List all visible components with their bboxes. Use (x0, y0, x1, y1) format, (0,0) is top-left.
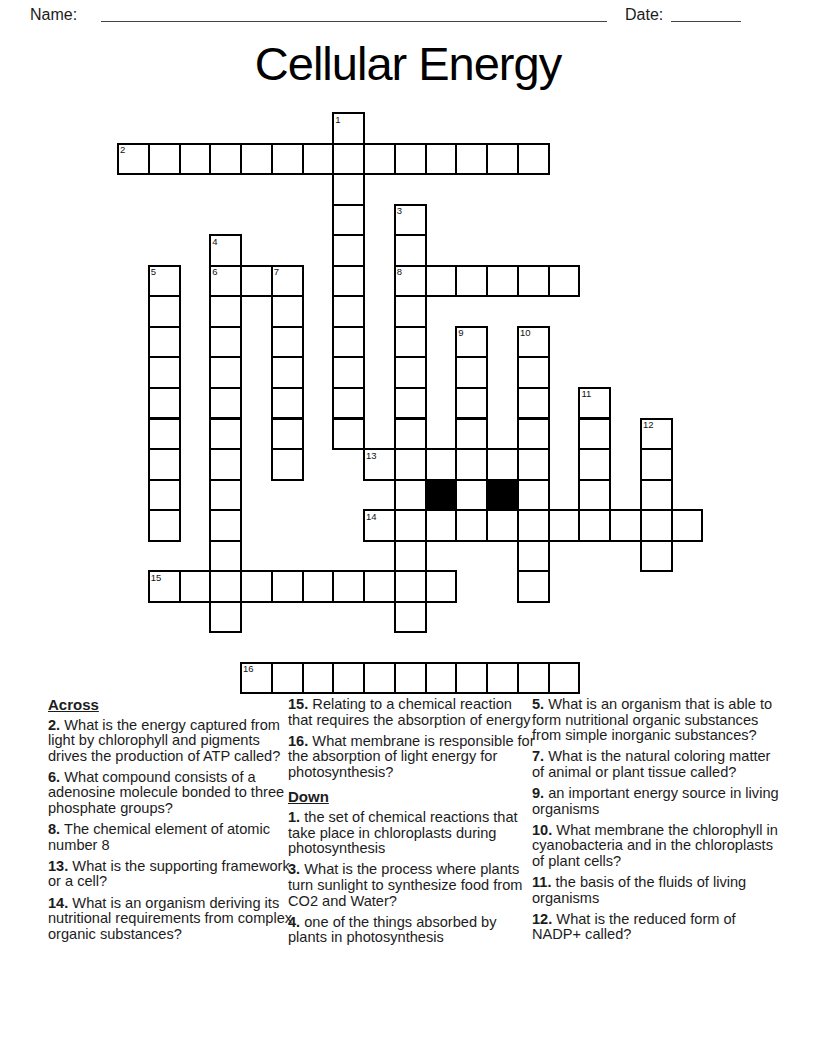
block-cell-r12c12 (486, 479, 519, 512)
clue-column-3: 5. What is an organism that is able to f… (532, 697, 784, 948)
clue-down-3-text: What is the process where plants turn su… (288, 861, 522, 908)
cell-r11c5[interactable] (271, 448, 304, 481)
cell-r1c13[interactable] (517, 143, 550, 176)
cell-r8c5[interactable] (271, 356, 304, 389)
clue-number-12: 12 (643, 420, 654, 430)
clue-number-15: 15 (151, 573, 162, 583)
cell-r5c13[interactable] (517, 265, 550, 298)
cell-r18c10[interactable] (425, 662, 458, 695)
cell-r4c9[interactable] (394, 234, 427, 267)
cell-r9c9[interactable] (394, 387, 427, 420)
cell-r13c17[interactable] (640, 509, 673, 542)
cell-r13c14[interactable] (548, 509, 581, 542)
clue-across-6-number: 6. (48, 769, 60, 785)
cell-r15c2[interactable] (179, 570, 212, 603)
cell-r13c13[interactable] (517, 509, 550, 542)
cell-r12c11[interactable] (455, 479, 488, 512)
clue-number-10: 10 (520, 328, 531, 338)
cell-r7c7[interactable] (332, 326, 365, 359)
clue-number-13: 13 (366, 451, 377, 461)
clue-number-8: 8 (397, 267, 402, 277)
cell-r8c3[interactable] (209, 356, 242, 389)
clue-across-16-text: What membrane is responsible for the abs… (288, 733, 535, 780)
clue-number-7: 7 (274, 267, 279, 277)
cell-r1c11[interactable] (455, 143, 488, 176)
cell-r1c2[interactable] (179, 143, 212, 176)
clue-across-8-text: The chemical element of atomic number 8 (48, 821, 270, 853)
cell-r15c4[interactable] (240, 570, 273, 603)
clue-number-4: 4 (212, 237, 217, 247)
clue-across-16: 16. What membrane is responsible for the… (288, 734, 536, 781)
clue-down-10-text: What membrane the chlorophyll in cyanoba… (532, 822, 778, 869)
cell-r8c13[interactable] (517, 356, 550, 389)
clue-number-14: 14 (366, 512, 377, 522)
clue-down-9-number: 9. (532, 785, 544, 801)
cell-r6c9[interactable] (394, 295, 427, 328)
cell-r10c7[interactable] (332, 418, 365, 451)
clue-number-1: 1 (335, 115, 340, 125)
cell-r15c5[interactable] (271, 570, 304, 603)
cell-r5c11[interactable] (455, 265, 488, 298)
clue-down-9-text: an important energy source in living org… (532, 785, 779, 817)
cell-r1c1[interactable] (148, 143, 181, 176)
cell-r13c11[interactable] (455, 509, 488, 542)
cell-r7c5[interactable] (271, 326, 304, 359)
clue-down-7-number: 7. (532, 748, 544, 764)
clue-across-2-number: 2. (48, 717, 60, 733)
cell-r1c12[interactable] (486, 143, 519, 176)
cell-r11c10[interactable] (425, 448, 458, 481)
across-heading: Across (48, 697, 294, 713)
cell-r13c15[interactable] (578, 509, 611, 542)
cell-r1c7[interactable] (332, 143, 365, 176)
cell-r15c3[interactable] (209, 570, 242, 603)
clue-number-16: 16 (243, 664, 254, 674)
cell-r11c9[interactable] (394, 448, 427, 481)
cell-r18c7[interactable] (332, 662, 365, 695)
clue-down-12-text: What is the reduced form of NADP+ called… (532, 911, 736, 943)
cell-r13c3[interactable] (209, 509, 242, 542)
clue-down-5-number: 5. (532, 696, 544, 712)
clue-down-11-text: the basis of the fluids of living organi… (532, 874, 746, 906)
cell-r13c18[interactable] (671, 509, 704, 542)
cell-r18c8[interactable] (363, 662, 396, 695)
cell-r1c5[interactable] (271, 143, 304, 176)
cell-r1c3[interactable] (209, 143, 242, 176)
clue-across-14-number: 14. (48, 895, 68, 911)
clue-across-13-text: What is the supporting framework or a ce… (48, 858, 290, 890)
cell-r6c5[interactable] (271, 295, 304, 328)
cell-r18c6[interactable] (302, 662, 335, 695)
cell-r8c1[interactable] (148, 356, 181, 389)
cell-r1c8[interactable] (363, 143, 396, 176)
clue-down-4-text: one of the things absorbed by plants in … (288, 914, 497, 946)
clue-number-2: 2 (120, 145, 125, 155)
cell-r1c4[interactable] (240, 143, 273, 176)
cell-r12c9[interactable] (394, 479, 427, 512)
clue-across-15: 15. Relating to a chemical reaction that… (288, 697, 536, 728)
cell-r11c12[interactable] (486, 448, 519, 481)
cell-r18c11[interactable] (455, 662, 488, 695)
block-cell-r12c10 (425, 479, 458, 512)
cell-r10c13[interactable] (517, 418, 550, 451)
clue-number-5: 5 (151, 267, 156, 277)
clue-down-11: 11. the basis of the fluids of living or… (532, 875, 784, 906)
cell-r18c5[interactable] (271, 662, 304, 695)
cell-r15c8[interactable] (363, 570, 396, 603)
clue-across-6-text: What compound consists of a adenosine mo… (48, 769, 284, 816)
cell-r14c9[interactable] (394, 540, 427, 573)
clue-down-1-text: the set of chemical reactions that take … (288, 809, 518, 856)
cell-r18c12[interactable] (486, 662, 519, 695)
cell-r18c13[interactable] (517, 662, 550, 695)
cell-r11c17[interactable] (640, 448, 673, 481)
cell-r10c9[interactable] (394, 418, 427, 451)
cell-r8c11[interactable] (455, 356, 488, 389)
clue-across-2: 2. What is the energy captured from ligh… (48, 718, 294, 765)
cell-r15c9[interactable] (394, 570, 427, 603)
clue-down-5-text: What is an organism that is able to form… (532, 696, 772, 743)
cell-r1c10[interactable] (425, 143, 458, 176)
cell-r4c7[interactable] (332, 234, 365, 267)
clue-across-6: 6. What compound consists of a adenosine… (48, 770, 294, 817)
clue-number-6: 6 (212, 267, 217, 277)
clue-down-11-number: 11. (532, 874, 551, 890)
date-blank-line[interactable] (671, 20, 741, 22)
worksheet-page: { "game": "crossword", "title": "Cellula… (0, 0, 816, 1056)
cell-r13c16[interactable] (609, 509, 642, 542)
cell-r2c7[interactable] (332, 173, 365, 206)
cell-r15c7[interactable] (332, 570, 365, 603)
cell-r11c3[interactable] (209, 448, 242, 481)
cell-r6c1[interactable] (148, 295, 181, 328)
clue-across-13-number: 13. (48, 858, 68, 874)
cell-r16c9[interactable] (394, 601, 427, 634)
cell-r1c6[interactable] (302, 143, 335, 176)
cell-r5c10[interactable] (425, 265, 458, 298)
clue-across-14-text: What is an organism deriving its nutriti… (48, 895, 292, 942)
cell-r9c1[interactable] (148, 387, 181, 420)
cell-r13c1[interactable] (148, 509, 181, 542)
clue-down-7-text: What is the natural coloring matter of a… (532, 748, 770, 780)
clue-down-9: 9. an important energy source in living … (532, 786, 784, 817)
cell-r9c7[interactable] (332, 387, 365, 420)
clue-down-1: 1. the set of chemical reactions that ta… (288, 810, 536, 857)
clue-across-8-number: 8. (48, 821, 60, 837)
cell-r9c3[interactable] (209, 387, 242, 420)
cell-r8c7[interactable] (332, 356, 365, 389)
cell-r12c17[interactable] (640, 479, 673, 512)
cell-r12c3[interactable] (209, 479, 242, 512)
cell-r7c3[interactable] (209, 326, 242, 359)
clue-across-15-text: Relating to a chemical reaction that req… (288, 696, 531, 728)
clue-across-14: 14. What is an organism deriving its nut… (48, 896, 294, 943)
name-blank-line[interactable] (101, 20, 607, 22)
clue-down-10: 10. What membrane the chlorophyll in cya… (532, 823, 784, 870)
clue-down-1-number: 1. (288, 809, 300, 825)
puzzle-title: Cellular Energy (0, 36, 816, 91)
cell-r15c10[interactable] (425, 570, 458, 603)
cell-r18c9[interactable] (394, 662, 427, 695)
cell-r9c5[interactable] (271, 387, 304, 420)
cell-r14c13[interactable] (517, 540, 550, 573)
cell-r5c4[interactable] (240, 265, 273, 298)
clue-down-3-number: 3. (288, 861, 300, 877)
clue-down-10-number: 10. (532, 822, 552, 838)
clue-down-12: 12. What is the reduced form of NADP+ ca… (532, 912, 784, 943)
cell-r15c13[interactable] (517, 570, 550, 603)
cell-r12c15[interactable] (578, 479, 611, 512)
clue-down-7: 7. What is the natural coloring matter o… (532, 749, 784, 780)
clue-number-9: 9 (458, 328, 463, 338)
clue-down-4: 4. one of the things absorbed by plants … (288, 915, 536, 946)
cell-r5c14[interactable] (548, 265, 581, 298)
clue-column-1: Across 2. What is the energy captured fr… (48, 697, 294, 948)
cell-r10c11[interactable] (455, 418, 488, 451)
clue-across-16-number: 16. (288, 733, 308, 749)
clue-across-8: 8. The chemical element of atomic number… (48, 822, 294, 853)
cell-r13c9[interactable] (394, 509, 427, 542)
cell-r1c9[interactable] (394, 143, 427, 176)
clue-down-5: 5. What is an organism that is able to f… (532, 697, 784, 744)
cell-r11c13[interactable] (517, 448, 550, 481)
cell-r7c9[interactable] (394, 326, 427, 359)
cell-r9c13[interactable] (517, 387, 550, 420)
cell-r11c11[interactable] (455, 448, 488, 481)
crossword-grid: 12345678910111213141516 (117, 112, 705, 696)
date-label: Date: (625, 6, 663, 24)
name-label: Name: (30, 6, 77, 24)
clue-down-12-number: 12. (532, 911, 552, 927)
cell-r6c7[interactable] (332, 295, 365, 328)
cell-r12c1[interactable] (148, 479, 181, 512)
cell-r12c13[interactable] (517, 479, 550, 512)
cell-r14c17[interactable] (640, 540, 673, 573)
cell-r10c1[interactable] (148, 418, 181, 451)
clue-column-2: 15. Relating to a chemical reaction that… (288, 697, 536, 951)
cell-r11c15[interactable] (578, 448, 611, 481)
cell-r15c6[interactable] (302, 570, 335, 603)
clue-across-15-number: 15. (288, 696, 308, 712)
cell-r10c3[interactable] (209, 418, 242, 451)
clue-down-4-number: 4. (288, 914, 300, 930)
cell-r10c15[interactable] (578, 418, 611, 451)
clue-across-2-text: What is the energy captured from light b… (48, 717, 280, 764)
cell-r13c12[interactable] (486, 509, 519, 542)
clue-down-3: 3. What is the process where plants turn… (288, 862, 536, 909)
cell-r8c9[interactable] (394, 356, 427, 389)
cell-r13c10[interactable] (425, 509, 458, 542)
cell-r7c1[interactable] (148, 326, 181, 359)
cell-r10c5[interactable] (271, 418, 304, 451)
cell-r5c7[interactable] (332, 265, 365, 298)
cell-r18c14[interactable] (548, 662, 581, 695)
clue-across-13: 13. What is the supporting framework or … (48, 859, 294, 890)
cell-r6c3[interactable] (209, 295, 242, 328)
down-heading: Down (288, 789, 536, 805)
cell-r3c7[interactable] (332, 204, 365, 237)
clue-number-11: 11 (581, 389, 591, 399)
clue-number-3: 3 (397, 206, 402, 216)
cell-r14c3[interactable] (209, 540, 242, 573)
cell-r9c11[interactable] (455, 387, 488, 420)
cell-r11c1[interactable] (148, 448, 181, 481)
cell-r5c12[interactable] (486, 265, 519, 298)
cell-r16c3[interactable] (209, 601, 242, 634)
